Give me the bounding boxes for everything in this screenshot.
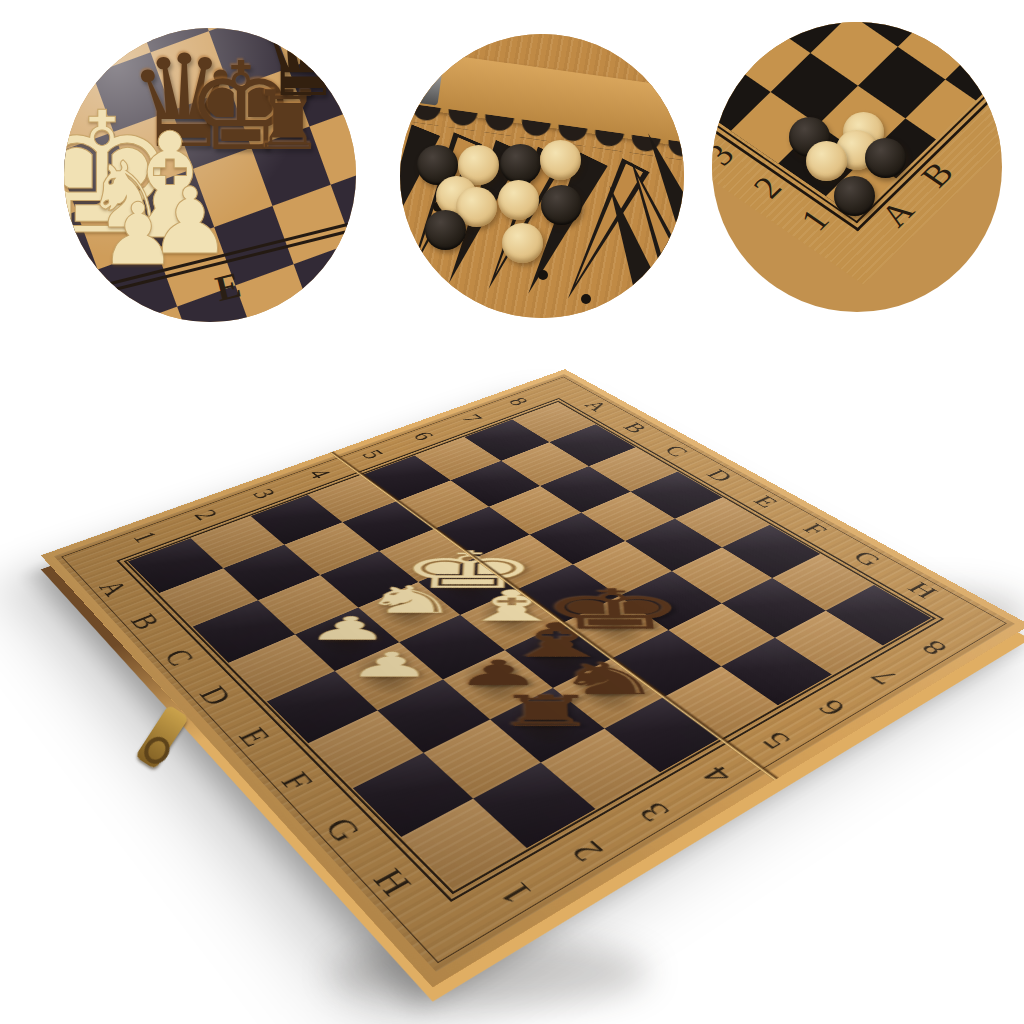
clasp-ring xyxy=(139,732,174,769)
hinge xyxy=(412,66,443,105)
brass-clasp xyxy=(135,704,189,769)
wood-dot xyxy=(581,294,591,304)
board-face: 88AA77BB66CC55DD44EE33FF22GG11HH ♚♝♞♟♟♚♝… xyxy=(41,369,1024,987)
checker-disc-cream xyxy=(540,140,581,180)
checker-disc-black xyxy=(865,138,906,178)
checker-disc-black xyxy=(500,144,541,184)
checker-disc-black xyxy=(834,176,875,216)
main-board-scene: 88AA77BB66CC55DD44EE33FF22GG11HH ♚♝♞♟♟♚♝… xyxy=(41,369,1024,987)
checker-disc-cream xyxy=(498,180,539,220)
inset-checkers-corner: 321AB xyxy=(712,22,1002,312)
inset-chess-closeup: ♛♚♜♛♚♞♝♟♟ E xyxy=(64,28,356,322)
highlight-wash xyxy=(64,28,356,322)
inset-backgammon xyxy=(400,34,684,318)
checker-disc-cream xyxy=(502,223,543,263)
product-photo-stage: ♛♚♜♛♚♞♝♟♟ E 321AB 8 xyxy=(0,0,1024,1024)
checker-disc-black xyxy=(425,210,466,250)
wood-dot xyxy=(538,270,548,280)
checker-disc-cream xyxy=(806,141,847,181)
checker-disc-black xyxy=(541,185,582,225)
